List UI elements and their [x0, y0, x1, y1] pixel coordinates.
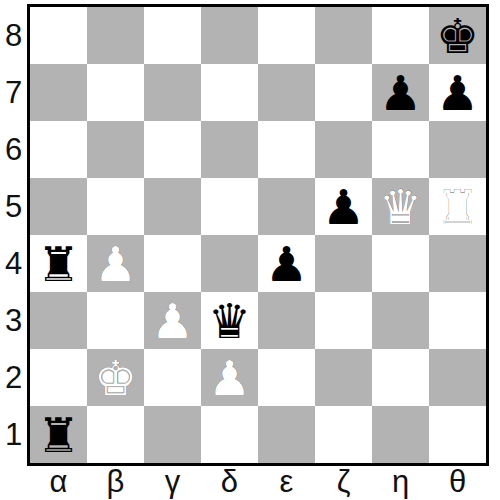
file-label-ε: ε — [258, 466, 315, 498]
square-η4[interactable] — [372, 235, 429, 292]
square-ζ8[interactable] — [315, 7, 372, 64]
square-η2[interactable] — [372, 349, 429, 406]
square-δ7[interactable] — [201, 64, 258, 121]
piece-black-pawn[interactable]: ♟ — [258, 235, 315, 292]
square-η1[interactable] — [372, 406, 429, 463]
square-ζ1[interactable] — [315, 406, 372, 463]
rank-label-4: 4 — [0, 235, 27, 292]
square-θ7[interactable]: ♟ — [429, 64, 486, 121]
square-ζ4[interactable] — [315, 235, 372, 292]
square-ε6[interactable] — [258, 121, 315, 178]
square-γ8[interactable] — [144, 7, 201, 64]
square-α5[interactable] — [30, 178, 87, 235]
square-ζ6[interactable] — [315, 121, 372, 178]
square-β3[interactable] — [87, 292, 144, 349]
square-ζ7[interactable] — [315, 64, 372, 121]
square-β7[interactable] — [87, 64, 144, 121]
file-label-θ: θ — [429, 466, 486, 498]
piece-white-pawn[interactable]: ♙ — [144, 292, 201, 349]
square-θ3[interactable] — [429, 292, 486, 349]
piece-white-pawn[interactable]: ♙ — [87, 235, 144, 292]
square-ε4[interactable]: ♟ — [258, 235, 315, 292]
square-α2[interactable] — [30, 349, 87, 406]
file-label-α: α — [30, 466, 87, 498]
piece-white-king[interactable]: ♔ — [87, 349, 144, 406]
square-δ2[interactable]: ♙ — [201, 349, 258, 406]
piece-black-rook[interactable]: ♜ — [30, 406, 87, 463]
square-ζ3[interactable] — [315, 292, 372, 349]
square-α8[interactable] — [30, 7, 87, 64]
square-β5[interactable] — [87, 178, 144, 235]
square-γ4[interactable] — [144, 235, 201, 292]
rank-label-3: 3 — [0, 292, 27, 349]
file-label-δ: δ — [201, 466, 258, 498]
piece-black-rook[interactable]: ♜ — [30, 235, 87, 292]
square-θ2[interactable] — [429, 349, 486, 406]
square-γ5[interactable] — [144, 178, 201, 235]
square-θ1[interactable] — [429, 406, 486, 463]
square-β4[interactable]: ♙ — [87, 235, 144, 292]
square-δ3[interactable]: ♛ — [201, 292, 258, 349]
piece-black-pawn[interactable]: ♟ — [315, 178, 372, 235]
rank-label-6: 6 — [0, 121, 27, 178]
rank-label-8: 8 — [0, 7, 27, 64]
board: ♚♟♟♟♕♖♜♙♟♙♛♔♙♜ — [27, 4, 489, 466]
square-γ6[interactable] — [144, 121, 201, 178]
rank-label-7: 7 — [0, 64, 27, 121]
square-η7[interactable]: ♟ — [372, 64, 429, 121]
square-ζ2[interactable] — [315, 349, 372, 406]
square-β8[interactable] — [87, 7, 144, 64]
piece-white-rook[interactable]: ♖ — [429, 178, 486, 235]
square-γ3[interactable]: ♙ — [144, 292, 201, 349]
piece-white-queen[interactable]: ♕ — [372, 178, 429, 235]
square-θ5[interactable]: ♖ — [429, 178, 486, 235]
square-α4[interactable]: ♜ — [30, 235, 87, 292]
square-γ7[interactable] — [144, 64, 201, 121]
square-ε7[interactable] — [258, 64, 315, 121]
square-δ5[interactable] — [201, 178, 258, 235]
square-θ4[interactable] — [429, 235, 486, 292]
square-γ2[interactable] — [144, 349, 201, 406]
square-β6[interactable] — [87, 121, 144, 178]
piece-black-pawn[interactable]: ♟ — [429, 64, 486, 121]
square-α7[interactable] — [30, 64, 87, 121]
file-label-η: η — [372, 466, 429, 498]
square-ε1[interactable] — [258, 406, 315, 463]
square-β2[interactable]: ♔ — [87, 349, 144, 406]
square-θ6[interactable] — [429, 121, 486, 178]
chess-diagram: 87654321 ♚♟♟♟♕♖♜♙♟♙♛♔♙♜ αβγδεζηθ — [0, 0, 500, 498]
file-label-γ: γ — [144, 466, 201, 498]
rank-label-1: 1 — [0, 406, 27, 463]
square-δ8[interactable] — [201, 7, 258, 64]
piece-black-queen[interactable]: ♛ — [201, 292, 258, 349]
square-δ1[interactable] — [201, 406, 258, 463]
square-ε5[interactable] — [258, 178, 315, 235]
square-γ1[interactable] — [144, 406, 201, 463]
rank-labels: 87654321 — [0, 4, 27, 466]
square-α1[interactable]: ♜ — [30, 406, 87, 463]
rank-label-5: 5 — [0, 178, 27, 235]
square-ε2[interactable] — [258, 349, 315, 406]
square-α3[interactable] — [30, 292, 87, 349]
square-α6[interactable] — [30, 121, 87, 178]
file-label-β: β — [87, 466, 144, 498]
square-ε8[interactable] — [258, 7, 315, 64]
square-η3[interactable] — [372, 292, 429, 349]
file-label-ζ: ζ — [315, 466, 372, 498]
square-θ8[interactable]: ♚ — [429, 7, 486, 64]
square-δ4[interactable] — [201, 235, 258, 292]
rank-label-2: 2 — [0, 349, 27, 406]
piece-black-pawn[interactable]: ♟ — [372, 64, 429, 121]
square-η5[interactable]: ♕ — [372, 178, 429, 235]
file-labels: αβγδεζηθ — [30, 466, 486, 498]
square-ε3[interactable] — [258, 292, 315, 349]
square-η8[interactable] — [372, 7, 429, 64]
square-δ6[interactable] — [201, 121, 258, 178]
square-β1[interactable] — [87, 406, 144, 463]
square-η6[interactable] — [372, 121, 429, 178]
piece-white-pawn[interactable]: ♙ — [201, 349, 258, 406]
piece-black-king[interactable]: ♚ — [429, 7, 486, 64]
square-ζ5[interactable]: ♟ — [315, 178, 372, 235]
